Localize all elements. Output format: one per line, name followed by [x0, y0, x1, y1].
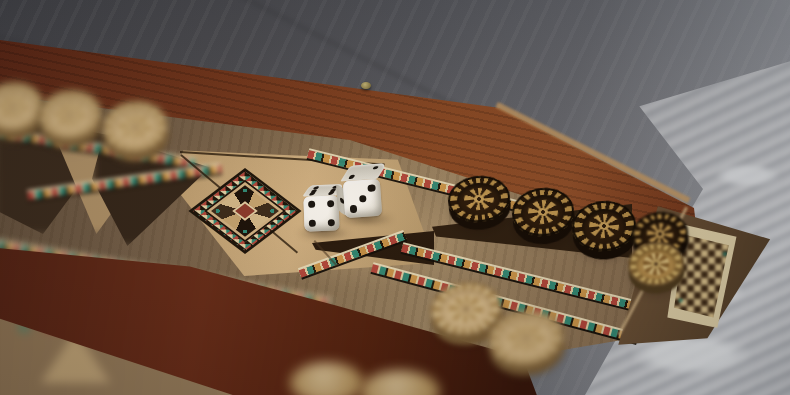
brass-hinge — [361, 82, 371, 89]
die-pip — [327, 219, 334, 226]
die-left-front-face — [303, 195, 339, 231]
die-pip — [348, 175, 355, 179]
die-pip — [327, 191, 334, 195]
die-pip — [350, 205, 358, 213]
die-pip — [367, 184, 375, 192]
diamond-outline — [188, 168, 301, 254]
die-pip — [308, 201, 315, 208]
die-pip — [309, 219, 316, 226]
center-diamond-motif — [187, 165, 303, 257]
die-right[interactable] — [343, 179, 382, 218]
die-pip — [372, 166, 379, 170]
die-right-front-face — [343, 179, 382, 218]
die-pip — [327, 200, 334, 207]
backgammon-photo-scene — [0, 0, 790, 395]
die-pip — [359, 195, 367, 203]
die-left[interactable] — [303, 195, 339, 231]
die-pip — [309, 192, 316, 196]
diamond-star-parquetry — [204, 180, 286, 242]
